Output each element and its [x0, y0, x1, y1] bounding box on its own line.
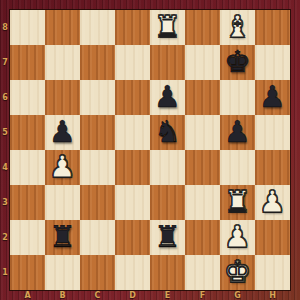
- square-e1[interactable]: [150, 255, 185, 290]
- square-h1[interactable]: [255, 255, 290, 290]
- chess-board: ♜♝♚♟♟♟♞♟♟♜♟♜♜♟♚: [10, 10, 290, 290]
- square-e7[interactable]: [150, 45, 185, 80]
- square-a5[interactable]: [10, 115, 45, 150]
- square-g3[interactable]: ♜: [220, 185, 255, 220]
- square-h6[interactable]: ♟: [255, 80, 290, 115]
- piece-black-pawn-b5[interactable]: ♟: [45, 115, 80, 150]
- square-e4[interactable]: [150, 150, 185, 185]
- square-e2[interactable]: ♜: [150, 220, 185, 255]
- file-label-h: H: [255, 290, 290, 300]
- piece-black-king-g7[interactable]: ♚: [220, 45, 255, 80]
- square-e6[interactable]: ♟: [150, 80, 185, 115]
- square-c8[interactable]: [80, 10, 115, 45]
- piece-black-pawn-e6[interactable]: ♟: [150, 80, 185, 115]
- file-label-b: B: [45, 290, 80, 300]
- square-g8[interactable]: ♝: [220, 10, 255, 45]
- piece-black-rook-e2[interactable]: ♜: [150, 220, 185, 255]
- square-b2[interactable]: ♜: [45, 220, 80, 255]
- square-f6[interactable]: [185, 80, 220, 115]
- square-e8[interactable]: ♜: [150, 10, 185, 45]
- chess-board-frame: ♜♝♚♟♟♟♞♟♟♜♟♜♜♟♚ 87654321ABCDEFGH: [0, 0, 300, 300]
- square-h3[interactable]: ♟: [255, 185, 290, 220]
- piece-black-pawn-h6[interactable]: ♟: [255, 80, 290, 115]
- square-h8[interactable]: [255, 10, 290, 45]
- piece-white-rook-e8[interactable]: ♜: [150, 10, 185, 45]
- square-g7[interactable]: ♚: [220, 45, 255, 80]
- square-b3[interactable]: [45, 185, 80, 220]
- square-c5[interactable]: [80, 115, 115, 150]
- square-d1[interactable]: [115, 255, 150, 290]
- piece-black-rook-b2[interactable]: ♜: [45, 220, 80, 255]
- square-d3[interactable]: [115, 185, 150, 220]
- square-f3[interactable]: [185, 185, 220, 220]
- square-c3[interactable]: [80, 185, 115, 220]
- square-b5[interactable]: ♟: [45, 115, 80, 150]
- piece-black-knight-e5[interactable]: ♞: [150, 115, 185, 150]
- square-c1[interactable]: [80, 255, 115, 290]
- rank-label-6: 6: [0, 80, 10, 115]
- piece-white-pawn-b4[interactable]: ♟: [45, 150, 80, 185]
- file-label-e: E: [150, 290, 185, 300]
- square-b8[interactable]: [45, 10, 80, 45]
- square-h5[interactable]: [255, 115, 290, 150]
- rank-label-1: 1: [0, 255, 10, 290]
- rank-label-4: 4: [0, 150, 10, 185]
- square-a7[interactable]: [10, 45, 45, 80]
- square-g6[interactable]: [220, 80, 255, 115]
- square-g5[interactable]: ♟: [220, 115, 255, 150]
- square-e5[interactable]: ♞: [150, 115, 185, 150]
- square-a6[interactable]: [10, 80, 45, 115]
- square-c2[interactable]: [80, 220, 115, 255]
- file-label-f: F: [185, 290, 220, 300]
- square-d6[interactable]: [115, 80, 150, 115]
- square-a3[interactable]: [10, 185, 45, 220]
- square-h7[interactable]: [255, 45, 290, 80]
- piece-white-pawn-g2[interactable]: ♟: [220, 220, 255, 255]
- square-a2[interactable]: [10, 220, 45, 255]
- square-e3[interactable]: [150, 185, 185, 220]
- square-f1[interactable]: [185, 255, 220, 290]
- rank-label-5: 5: [0, 115, 10, 150]
- piece-white-rook-g3[interactable]: ♜: [220, 185, 255, 220]
- square-b7[interactable]: [45, 45, 80, 80]
- file-label-a: A: [10, 290, 45, 300]
- piece-white-king-g1[interactable]: ♚: [220, 255, 255, 290]
- square-f8[interactable]: [185, 10, 220, 45]
- square-f4[interactable]: [185, 150, 220, 185]
- square-h2[interactable]: [255, 220, 290, 255]
- piece-white-bishop-g8[interactable]: ♝: [220, 10, 255, 45]
- square-g1[interactable]: ♚: [220, 255, 255, 290]
- square-b6[interactable]: [45, 80, 80, 115]
- rank-label-3: 3: [0, 185, 10, 220]
- square-b4[interactable]: ♟: [45, 150, 80, 185]
- file-label-g: G: [220, 290, 255, 300]
- square-h4[interactable]: [255, 150, 290, 185]
- square-f2[interactable]: [185, 220, 220, 255]
- square-f7[interactable]: [185, 45, 220, 80]
- file-label-c: C: [80, 290, 115, 300]
- rank-label-7: 7: [0, 45, 10, 80]
- rank-label-2: 2: [0, 220, 10, 255]
- square-d5[interactable]: [115, 115, 150, 150]
- rank-label-8: 8: [0, 10, 10, 45]
- square-d2[interactable]: [115, 220, 150, 255]
- square-d4[interactable]: [115, 150, 150, 185]
- file-label-d: D: [115, 290, 150, 300]
- square-c4[interactable]: [80, 150, 115, 185]
- piece-black-pawn-g5[interactable]: ♟: [220, 115, 255, 150]
- piece-white-pawn-h3[interactable]: ♟: [255, 185, 290, 220]
- square-g2[interactable]: ♟: [220, 220, 255, 255]
- square-g4[interactable]: [220, 150, 255, 185]
- square-c6[interactable]: [80, 80, 115, 115]
- square-a1[interactable]: [10, 255, 45, 290]
- square-d7[interactable]: [115, 45, 150, 80]
- square-a8[interactable]: [10, 10, 45, 45]
- square-f5[interactable]: [185, 115, 220, 150]
- square-d8[interactable]: [115, 10, 150, 45]
- square-a4[interactable]: [10, 150, 45, 185]
- square-c7[interactable]: [80, 45, 115, 80]
- square-b1[interactable]: [45, 255, 80, 290]
